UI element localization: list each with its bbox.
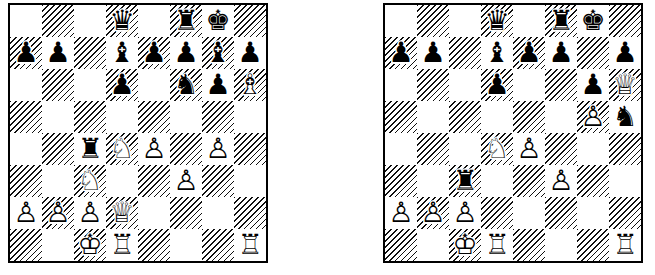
square-e7: ♟ [513, 37, 545, 69]
square-b7: ♟ [42, 37, 74, 69]
white-pawn: ♟♙ [10, 197, 42, 229]
square-h5 [234, 101, 266, 133]
square-a8 [385, 5, 417, 37]
square-a3 [385, 165, 417, 197]
white-pawn: ♟♙ [170, 165, 202, 197]
square-c3: ♞♘ [74, 165, 106, 197]
black-pawn: ♟ [106, 69, 138, 101]
white-pawn: ♟♙ [138, 133, 170, 165]
square-c5 [449, 101, 481, 133]
square-c8 [449, 5, 481, 37]
square-h8 [609, 5, 641, 37]
square-g7 [577, 37, 609, 69]
black-pawn: ♟ [417, 37, 449, 69]
square-g1 [577, 229, 609, 261]
square-f3: ♟♙ [545, 165, 577, 197]
square-f7: ♟ [170, 37, 202, 69]
square-b2: ♟♙ [417, 197, 449, 229]
square-h1: ♜♖ [234, 229, 266, 261]
white-king: ♚♔ [449, 229, 481, 261]
black-king: ♚ [202, 5, 234, 37]
square-b1 [417, 229, 449, 261]
square-g3 [202, 165, 234, 197]
square-a5 [385, 101, 417, 133]
square-b6 [417, 69, 449, 101]
black-pawn: ♟ [577, 69, 609, 101]
square-b4 [42, 133, 74, 165]
square-b1 [42, 229, 74, 261]
square-c1: ♚♔ [74, 229, 106, 261]
black-pawn: ♟ [545, 37, 577, 69]
square-g2 [577, 197, 609, 229]
square-a2: ♟♙ [10, 197, 42, 229]
black-knight: ♞ [170, 69, 202, 101]
white-rook: ♜♖ [481, 229, 513, 261]
square-h2 [234, 197, 266, 229]
square-h1: ♜♖ [609, 229, 641, 261]
square-f1 [170, 229, 202, 261]
square-b5 [42, 101, 74, 133]
chess-diagram-left: ♛♜♚♟♟♝♟♟♝♟♟♞♟♝♗♜♞♘♟♙♟♙♞♘♟♙♟♙♟♙♟♙♛♕♚♔♜♖♜♖ [8, 3, 268, 263]
square-h5: ♞ [609, 101, 641, 133]
white-pawn: ♟♙ [42, 197, 74, 229]
square-a8 [10, 5, 42, 37]
square-f6 [545, 69, 577, 101]
square-h4 [234, 133, 266, 165]
square-g6: ♟ [202, 69, 234, 101]
square-h3 [609, 165, 641, 197]
square-c6 [449, 69, 481, 101]
black-pawn: ♟ [234, 37, 266, 69]
square-d1: ♜♖ [481, 229, 513, 261]
square-a7: ♟ [10, 37, 42, 69]
white-knight: ♞♘ [106, 133, 138, 165]
square-d3 [481, 165, 513, 197]
black-rook: ♜ [449, 165, 481, 197]
square-c2: ♟♙ [449, 197, 481, 229]
square-f8: ♜ [170, 5, 202, 37]
black-pawn: ♟ [609, 37, 641, 69]
black-bishop: ♝ [202, 37, 234, 69]
diagram-pair: ♛♜♚♟♟♝♟♟♝♟♟♞♟♝♗♜♞♘♟♙♟♙♞♘♟♙♟♙♟♙♟♙♛♕♚♔♜♖♜♖… [0, 0, 655, 275]
white-pawn: ♟♙ [202, 133, 234, 165]
square-h4 [609, 133, 641, 165]
square-f6: ♞ [170, 69, 202, 101]
black-bishop: ♝ [106, 37, 138, 69]
black-queen: ♛ [481, 5, 513, 37]
white-pawn: ♟♙ [417, 197, 449, 229]
square-c4: ♜ [74, 133, 106, 165]
square-e3 [138, 165, 170, 197]
square-f5 [545, 101, 577, 133]
square-g5 [202, 101, 234, 133]
black-pawn: ♟ [513, 37, 545, 69]
white-queen: ♛♕ [106, 197, 138, 229]
square-h8 [234, 5, 266, 37]
square-g8: ♚ [202, 5, 234, 37]
square-a1 [385, 229, 417, 261]
square-d6: ♟ [106, 69, 138, 101]
white-rook: ♜♖ [234, 229, 266, 261]
square-a4 [385, 133, 417, 165]
square-c7 [449, 37, 481, 69]
square-a2: ♟♙ [385, 197, 417, 229]
white-king: ♚♔ [74, 229, 106, 261]
square-f2 [545, 197, 577, 229]
white-queen: ♛♕ [609, 69, 641, 101]
square-a3 [10, 165, 42, 197]
square-f2 [170, 197, 202, 229]
black-pawn: ♟ [202, 69, 234, 101]
square-e1 [513, 229, 545, 261]
square-d7: ♝ [106, 37, 138, 69]
square-c1: ♚♔ [449, 229, 481, 261]
square-c8 [74, 5, 106, 37]
white-pawn: ♟♙ [513, 133, 545, 165]
square-a5 [10, 101, 42, 133]
square-g2 [202, 197, 234, 229]
white-bishop: ♝♗ [234, 69, 266, 101]
square-d5 [481, 101, 513, 133]
square-d6: ♟ [481, 69, 513, 101]
square-d8: ♛ [481, 5, 513, 37]
square-g4: ♟♙ [202, 133, 234, 165]
square-h7: ♟ [234, 37, 266, 69]
square-c4 [449, 133, 481, 165]
white-pawn: ♟♙ [449, 197, 481, 229]
chess-diagram-right: ♛♜♚♟♟♝♟♟♟♟♟♛♕♟♙♞♞♘♟♙♜♟♙♟♙♟♙♟♙♚♔♜♖♜♖ [383, 3, 643, 263]
square-g5: ♟♙ [577, 101, 609, 133]
square-d4: ♞♘ [481, 133, 513, 165]
square-b4 [417, 133, 449, 165]
square-d1: ♜♖ [106, 229, 138, 261]
square-f4 [545, 133, 577, 165]
square-a6 [385, 69, 417, 101]
square-b8 [417, 5, 449, 37]
square-c2: ♟♙ [74, 197, 106, 229]
square-c7 [74, 37, 106, 69]
black-queen: ♛ [106, 5, 138, 37]
square-d5 [106, 101, 138, 133]
square-e2 [513, 197, 545, 229]
square-b7: ♟ [417, 37, 449, 69]
square-f4 [170, 133, 202, 165]
white-pawn: ♟♙ [385, 197, 417, 229]
square-c3: ♜ [449, 165, 481, 197]
square-e8 [513, 5, 545, 37]
white-rook: ♜♖ [609, 229, 641, 261]
black-pawn: ♟ [42, 37, 74, 69]
square-f7: ♟ [545, 37, 577, 69]
black-bishop: ♝ [481, 37, 513, 69]
square-g1 [202, 229, 234, 261]
square-e8 [138, 5, 170, 37]
square-d7: ♝ [481, 37, 513, 69]
square-c6 [74, 69, 106, 101]
white-pawn: ♟♙ [545, 165, 577, 197]
white-pawn: ♟♙ [74, 197, 106, 229]
square-a1 [10, 229, 42, 261]
square-d4: ♞♘ [106, 133, 138, 165]
square-a7: ♟ [385, 37, 417, 69]
square-g7: ♝ [202, 37, 234, 69]
square-f3: ♟♙ [170, 165, 202, 197]
square-h6: ♝♗ [234, 69, 266, 101]
square-h6: ♛♕ [609, 69, 641, 101]
white-rook: ♜♖ [106, 229, 138, 261]
square-c5 [74, 101, 106, 133]
white-knight: ♞♘ [481, 133, 513, 165]
white-knight: ♞♘ [74, 165, 106, 197]
black-rook: ♜ [170, 5, 202, 37]
black-pawn: ♟ [481, 69, 513, 101]
square-b5 [417, 101, 449, 133]
square-h2 [609, 197, 641, 229]
square-b3 [42, 165, 74, 197]
square-e1 [138, 229, 170, 261]
square-f1 [545, 229, 577, 261]
square-g3 [577, 165, 609, 197]
square-a6 [10, 69, 42, 101]
square-b3 [417, 165, 449, 197]
square-e3 [513, 165, 545, 197]
black-king: ♚ [577, 5, 609, 37]
square-h3 [234, 165, 266, 197]
black-pawn: ♟ [170, 37, 202, 69]
black-rook: ♜ [545, 5, 577, 37]
square-d3 [106, 165, 138, 197]
square-g6: ♟ [577, 69, 609, 101]
black-pawn: ♟ [385, 37, 417, 69]
square-b8 [42, 5, 74, 37]
square-b6 [42, 69, 74, 101]
square-f5 [170, 101, 202, 133]
square-e7: ♟ [138, 37, 170, 69]
square-d2: ♛♕ [106, 197, 138, 229]
black-pawn: ♟ [138, 37, 170, 69]
square-e5 [138, 101, 170, 133]
square-h7: ♟ [609, 37, 641, 69]
square-e5 [513, 101, 545, 133]
square-d2 [481, 197, 513, 229]
square-b2: ♟♙ [42, 197, 74, 229]
black-rook: ♜ [74, 133, 106, 165]
square-e6 [138, 69, 170, 101]
white-pawn: ♟♙ [577, 101, 609, 133]
black-pawn: ♟ [10, 37, 42, 69]
square-g8: ♚ [577, 5, 609, 37]
square-e6 [513, 69, 545, 101]
square-e4: ♟♙ [513, 133, 545, 165]
square-f8: ♜ [545, 5, 577, 37]
square-e4: ♟♙ [138, 133, 170, 165]
square-d8: ♛ [106, 5, 138, 37]
square-a4 [10, 133, 42, 165]
square-e2 [138, 197, 170, 229]
square-g4 [577, 133, 609, 165]
black-knight: ♞ [609, 101, 641, 133]
